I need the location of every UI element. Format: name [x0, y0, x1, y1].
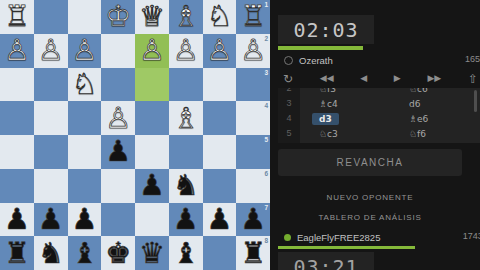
- replay-icon[interactable]: ↻: [283, 73, 293, 85]
- online-status-icon: [284, 234, 291, 241]
- square-d8[interactable]: ♛: [135, 236, 169, 270]
- square-h4[interactable]: [0, 101, 34, 135]
- white-queen: ♕: [135, 0, 169, 34]
- square-b2[interactable]: ♙: [203, 34, 237, 68]
- square-b5[interactable]: [203, 135, 237, 169]
- move-list-scrollbar[interactable]: [474, 90, 477, 112]
- white-pawn: ♙: [0, 34, 34, 68]
- black-rook: ♜: [0, 236, 34, 270]
- black-pawn: ♟: [203, 203, 237, 237]
- black-knight: ♞: [169, 169, 203, 203]
- white-knight: ♘: [203, 0, 237, 34]
- next-move-icon[interactable]: ▶: [394, 74, 401, 83]
- square-c4[interactable]: ♗: [169, 101, 203, 135]
- white-move-cell: ♘f3: [300, 88, 390, 95]
- black-pawn: ♟: [135, 169, 169, 203]
- rank-coordinate: 7: [264, 204, 268, 211]
- square-c3[interactable]: [169, 68, 203, 102]
- player-rating: 1743+4: [463, 231, 480, 241]
- rank-coordinate: 3: [264, 69, 268, 76]
- black-move-cell: ♗e6: [390, 113, 480, 125]
- square-f3[interactable]: ♘: [68, 68, 102, 102]
- white-pawn: ♙: [34, 34, 68, 68]
- white-move-cell: ♗c4: [300, 98, 390, 110]
- square-a7[interactable]: ♟7: [236, 203, 270, 237]
- black-pawn: ♟: [169, 203, 203, 237]
- move-row: 5♘c3♘f6: [278, 126, 480, 141]
- game-side-panel: 02:03 Ozerath 1656-8 ↻◀◀◀▶▶▶⇧ 2♘f3♘c63♗c…: [270, 0, 480, 270]
- square-g7[interactable]: ♟: [34, 203, 68, 237]
- white-pawn: ♙: [203, 34, 237, 68]
- square-b3[interactable]: [203, 68, 237, 102]
- square-a6[interactable]: 6: [236, 169, 270, 203]
- square-g4[interactable]: [34, 101, 68, 135]
- square-a8[interactable]: ♜8: [236, 236, 270, 270]
- move-row: 2♘f3♘c6: [278, 88, 480, 96]
- white-pawn: ♙: [135, 34, 169, 68]
- first-move-icon[interactable]: ◀◀: [320, 74, 334, 83]
- square-a5[interactable]: 5: [236, 135, 270, 169]
- move-list[interactable]: 2♘f3♘c63♗c4d64d3♗e65♘c3♘f66♗g5♗e7: [278, 88, 480, 143]
- last-move-icon[interactable]: ▶▶: [427, 74, 441, 83]
- player-time-bar: [278, 246, 415, 250]
- white-move[interactable]: ♗g5: [312, 143, 346, 144]
- rank-coordinate: 1: [264, 1, 268, 8]
- offline-status-icon: [284, 56, 293, 65]
- square-e7[interactable]: [101, 203, 135, 237]
- chess-board: ♖♔♕♗♘♖1♙♙♙♙♙♙♙2♘3♙♗4♟5♟♞6♟♟♟♟♟♟7♜♞♝♚♛♝♜8: [0, 0, 270, 270]
- square-a3[interactable]: 3: [236, 68, 270, 102]
- analysis-board-button[interactable]: TABLERO DE ANÁLISIS: [278, 213, 462, 222]
- square-a4[interactable]: 4: [236, 101, 270, 135]
- square-b7[interactable]: ♟: [203, 203, 237, 237]
- square-f5[interactable]: [68, 135, 102, 169]
- square-c2[interactable]: ♙: [169, 34, 203, 68]
- move-row: 6♗g5♗e7: [278, 141, 480, 143]
- white-move-selected[interactable]: d3: [312, 113, 339, 125]
- rank-coordinate: 2: [264, 35, 268, 42]
- square-h2[interactable]: ♙: [0, 34, 34, 68]
- black-move[interactable]: d6: [402, 98, 427, 110]
- rank-coordinate: 6: [264, 170, 268, 177]
- move-row: 4d3♗e6: [278, 111, 480, 126]
- black-move-cell: ♗e7: [390, 143, 480, 144]
- white-pawn: ♙: [169, 34, 203, 68]
- move-nav-toolbar: ↻◀◀◀▶▶▶⇧: [283, 71, 478, 86]
- black-knight: ♞: [34, 236, 68, 270]
- player-row: EagleFlyFREE2825 1743+4: [278, 230, 480, 245]
- square-b8[interactable]: [203, 236, 237, 270]
- white-knight: ♘: [68, 68, 102, 102]
- black-pawn: ♟: [68, 203, 102, 237]
- black-pawn: ♟: [0, 203, 34, 237]
- rematch-button[interactable]: REVANCHA: [278, 149, 462, 176]
- rank-coordinate: 5: [264, 136, 268, 143]
- square-f1[interactable]: [68, 0, 102, 34]
- black-pawn: ♟: [101, 135, 135, 169]
- square-d6[interactable]: ♟: [135, 169, 169, 203]
- black-move-cell: ♘c6: [390, 88, 480, 95]
- square-h8[interactable]: ♜: [0, 236, 34, 270]
- square-g1[interactable]: [34, 0, 68, 34]
- square-b1[interactable]: ♘: [203, 0, 237, 34]
- move-number: 3: [278, 96, 300, 111]
- opponent-rating: 1656-8: [465, 54, 480, 64]
- square-c6[interactable]: ♞: [169, 169, 203, 203]
- black-pawn: ♟: [34, 203, 68, 237]
- white-move[interactable]: ♘f3: [312, 88, 343, 95]
- black-move[interactable]: ♘f6: [402, 128, 433, 140]
- square-h5[interactable]: [0, 135, 34, 169]
- opponent-time-bar: [278, 46, 363, 50]
- black-move-cell: ♘f6: [390, 128, 480, 140]
- square-h7[interactable]: ♟: [0, 203, 34, 237]
- square-f4[interactable]: [68, 101, 102, 135]
- black-move-cell: d6: [390, 98, 480, 110]
- square-c7[interactable]: ♟: [169, 203, 203, 237]
- square-a1[interactable]: ♖1: [236, 0, 270, 34]
- square-e1[interactable]: ♔: [101, 0, 135, 34]
- opponent-clock: 02:03: [278, 15, 374, 44]
- black-king: ♚: [101, 236, 135, 270]
- square-f7[interactable]: ♟: [68, 203, 102, 237]
- square-g3[interactable]: [34, 68, 68, 102]
- rank-coordinate: 8: [264, 237, 268, 244]
- square-d2[interactable]: ♙: [135, 34, 169, 68]
- square-g2[interactable]: ♙: [34, 34, 68, 68]
- white-move[interactable]: ♗c4: [312, 98, 345, 110]
- white-move-cell: ♘c3: [300, 128, 390, 140]
- move-number: 4: [278, 111, 300, 126]
- square-d5[interactable]: [135, 135, 169, 169]
- square-h1[interactable]: ♖: [0, 0, 34, 34]
- player-name[interactable]: EagleFlyFREE2825: [297, 232, 380, 243]
- square-g8[interactable]: ♞: [34, 236, 68, 270]
- move-number: 2: [278, 88, 300, 96]
- square-e8[interactable]: ♚: [101, 236, 135, 270]
- square-h6[interactable]: [0, 169, 34, 203]
- square-a2[interactable]: ♙2: [236, 34, 270, 68]
- square-b4[interactable]: [203, 101, 237, 135]
- square-c1[interactable]: ♗: [169, 0, 203, 34]
- white-bishop: ♗: [169, 101, 203, 135]
- black-bishop: ♝: [68, 236, 102, 270]
- new-opponent-button[interactable]: NUEVO OPONENTE: [278, 193, 462, 202]
- square-g6[interactable]: [34, 169, 68, 203]
- white-rook: ♖: [0, 0, 34, 34]
- move-number: 6: [278, 141, 300, 143]
- square-b6[interactable]: [203, 169, 237, 203]
- move-row: 3♗c4d6: [278, 96, 480, 111]
- black-move[interactable]: ♗e6: [402, 113, 435, 125]
- square-d4[interactable]: [135, 101, 169, 135]
- square-f8[interactable]: ♝: [68, 236, 102, 270]
- square-h3[interactable]: [0, 68, 34, 102]
- square-e4[interactable]: ♙: [101, 101, 135, 135]
- prev-move-icon[interactable]: ◀: [360, 74, 367, 83]
- square-d7[interactable]: [135, 203, 169, 237]
- square-c8[interactable]: ♝: [169, 236, 203, 270]
- square-c5[interactable]: [169, 135, 203, 169]
- black-queen: ♛: [135, 236, 169, 270]
- black-bishop: ♝: [169, 236, 203, 270]
- white-bishop: ♗: [169, 0, 203, 34]
- white-king: ♔: [101, 0, 135, 34]
- opponent-player-row: Ozerath 1656-8: [278, 53, 480, 68]
- white-move[interactable]: ♘c3: [312, 128, 345, 140]
- share-icon[interactable]: ⇧: [468, 73, 478, 85]
- white-move-cell: ♗g5: [300, 143, 390, 144]
- square-g5[interactable]: [34, 135, 68, 169]
- white-pawn: ♙: [101, 101, 135, 135]
- black-move[interactable]: ♗e7: [402, 143, 435, 144]
- white-pawn: ♙: [68, 34, 102, 68]
- square-f6[interactable]: [68, 169, 102, 203]
- square-e3[interactable]: [101, 68, 135, 102]
- game-screen: ♖♔♕♗♘♖1♙♙♙♙♙♙♙2♘3♙♗4♟5♟♞6♟♟♟♟♟♟7♜♞♝♚♛♝♜8…: [0, 0, 480, 270]
- square-e2[interactable]: [101, 34, 135, 68]
- square-d1[interactable]: ♕: [135, 0, 169, 34]
- square-e6[interactable]: [101, 169, 135, 203]
- white-move-cell: d3: [300, 113, 390, 125]
- opponent-name[interactable]: Ozerath: [299, 55, 333, 66]
- rank-coordinate: 4: [264, 102, 268, 109]
- black-move[interactable]: ♘c6: [402, 88, 435, 95]
- square-f2[interactable]: ♙: [68, 34, 102, 68]
- move-number: 5: [278, 126, 300, 141]
- square-e5[interactable]: ♟: [101, 135, 135, 169]
- square-d3[interactable]: [135, 68, 169, 102]
- player-clock: 03:21: [278, 252, 374, 270]
